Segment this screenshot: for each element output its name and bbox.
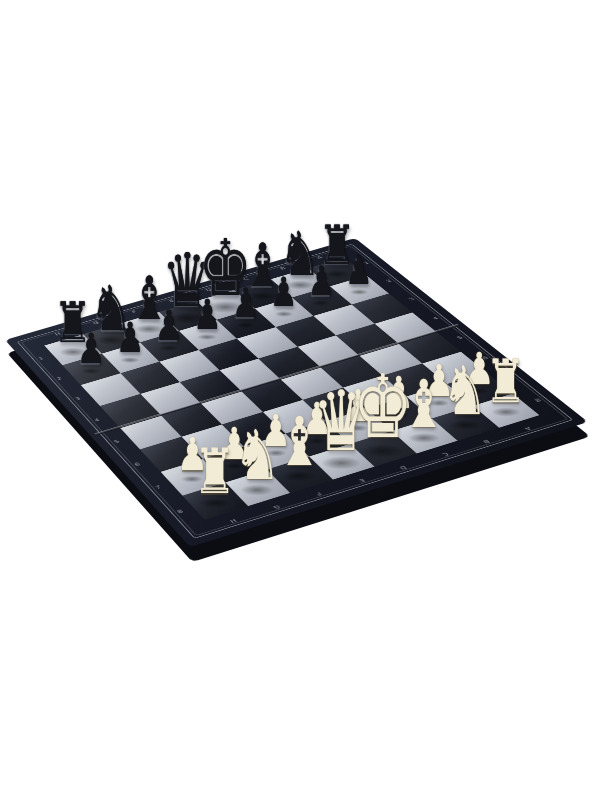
board-squares: [44, 258, 539, 520]
product-photo: HH11GG22FF33EE44DD55CC66BB77AA88 ♜♞♝♛♚♝♞…: [0, 0, 600, 800]
chess-board: HH11GG22FF33EE44DD55CC66BB77AA88: [5, 238, 588, 547]
